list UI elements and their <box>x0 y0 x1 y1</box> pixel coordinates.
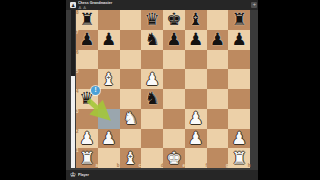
square-d3[interactable] <box>141 109 163 129</box>
square-g6[interactable] <box>207 50 229 70</box>
white-pawn[interactable]: ♟ <box>101 130 116 147</box>
square-d2[interactable] <box>141 129 163 149</box>
black-queen[interactable]: ♛ <box>79 90 94 107</box>
square-b3[interactable] <box>98 109 120 129</box>
square-e2[interactable] <box>163 129 185 149</box>
square-f5[interactable] <box>185 69 207 89</box>
square-g8[interactable] <box>207 10 229 30</box>
square-e3[interactable] <box>163 109 185 129</box>
square-b8[interactable] <box>98 10 120 30</box>
opponent-name[interactable]: Chess Grandmaster <box>78 1 112 5</box>
square-a7[interactable]: 7♟ <box>76 30 98 50</box>
white-pawn[interactable]: ♟ <box>188 110 203 127</box>
rank-label: 7 <box>76 30 79 35</box>
square-e4[interactable] <box>163 89 185 109</box>
square-d6[interactable] <box>141 50 163 70</box>
square-f6[interactable] <box>185 50 207 70</box>
white-pawn[interactable]: ♟ <box>79 130 94 147</box>
black-rook[interactable]: ♜ <box>232 11 247 28</box>
square-f7[interactable]: ♟ <box>185 30 207 50</box>
white-rook[interactable]: ♜ <box>232 150 247 167</box>
black-pawn[interactable]: ♟ <box>166 31 181 48</box>
square-d8[interactable]: ♛ <box>141 10 163 30</box>
square-b2[interactable]: ♟ <box>98 129 120 149</box>
white-bishop[interactable]: ♝ <box>101 71 116 88</box>
square-h4[interactable] <box>228 89 250 109</box>
video-frame: ♟ Chess Grandmaster ♙ ♙ + 8♜♛♚♝♜7♟♟♞♟♟♟♟… <box>66 0 258 180</box>
black-rook[interactable]: ♜ <box>79 11 94 28</box>
square-a2[interactable]: 2♟ <box>76 129 98 149</box>
square-e6[interactable] <box>163 50 185 70</box>
player-avatar-glyph: ♔ <box>70 173 76 178</box>
square-g1[interactable]: g <box>207 148 229 168</box>
square-c5[interactable] <box>120 69 142 89</box>
square-a6[interactable]: 6 <box>76 50 98 70</box>
black-pawn[interactable]: ♟ <box>79 31 94 48</box>
square-c2[interactable] <box>120 129 142 149</box>
square-a8[interactable]: 8♜ <box>76 10 98 30</box>
opponent-info-bar: ♟ Chess Grandmaster ♙ ♙ + <box>66 0 258 10</box>
rank-label: 5 <box>76 69 79 74</box>
black-pawn[interactable]: ♟ <box>188 31 203 48</box>
eval-bar-white-fill <box>71 76 75 168</box>
square-c4[interactable] <box>120 89 142 109</box>
white-knight[interactable]: ♞ <box>123 110 138 127</box>
white-bishop[interactable]: ♝ <box>123 150 138 167</box>
opponent-avatar[interactable]: ♟ <box>70 2 76 8</box>
opponent-avatar-glyph: ♟ <box>71 4 75 7</box>
player-avatar[interactable]: ♔ <box>70 172 76 178</box>
square-g2[interactable] <box>207 129 229 149</box>
rank-label: 2 <box>76 129 79 134</box>
square-f3[interactable]: ♟ <box>185 109 207 129</box>
square-d4[interactable]: ♞ <box>141 89 163 109</box>
square-h2[interactable]: ♟ <box>228 129 250 149</box>
square-h8[interactable]: ♜ <box>228 10 250 30</box>
square-b6[interactable] <box>98 50 120 70</box>
rank-label: 1 <box>76 148 79 153</box>
square-h5[interactable] <box>228 69 250 89</box>
player-name[interactable]: Player <box>78 173 89 177</box>
square-e7[interactable]: ♟ <box>163 30 185 50</box>
black-knight[interactable]: ♞ <box>145 31 160 48</box>
square-b5[interactable]: ♝ <box>98 69 120 89</box>
player-info-bar: ♔ Player <box>66 170 258 180</box>
square-c8[interactable] <box>120 10 142 30</box>
white-king[interactable]: ♚ <box>166 150 181 167</box>
white-pawn[interactable]: ♟ <box>145 71 160 88</box>
square-a5[interactable]: 5 <box>76 69 98 89</box>
black-pawn[interactable]: ♟ <box>101 31 116 48</box>
square-b1[interactable]: b <box>98 148 120 168</box>
add-button[interactable]: + <box>251 2 257 8</box>
black-knight[interactable]: ♞ <box>145 90 160 107</box>
square-g4[interactable] <box>207 89 229 109</box>
square-b4[interactable] <box>98 89 120 109</box>
square-a4[interactable]: 4♛ <box>76 89 98 109</box>
black-pawn[interactable]: ♟ <box>232 31 247 48</box>
square-g7[interactable]: ♟ <box>207 30 229 50</box>
rank-label: 6 <box>76 50 79 55</box>
square-f8[interactable]: ♝ <box>185 10 207 30</box>
rank-label: 8 <box>76 10 79 15</box>
black-bishop[interactable]: ♝ <box>188 11 203 28</box>
square-d7[interactable]: ♞ <box>141 30 163 50</box>
square-c1[interactable]: c♝ <box>120 148 142 168</box>
square-h7[interactable]: ♟ <box>228 30 250 50</box>
black-pawn[interactable]: ♟ <box>210 31 225 48</box>
square-b7[interactable]: ♟ <box>98 30 120 50</box>
square-c3[interactable]: ♞ <box>120 109 142 129</box>
black-queen[interactable]: ♛ <box>145 11 160 28</box>
white-rook[interactable]: ♜ <box>79 150 94 167</box>
square-f2[interactable]: ♟ <box>185 129 207 149</box>
square-h3[interactable] <box>228 109 250 129</box>
square-h6[interactable] <box>228 50 250 70</box>
square-g5[interactable] <box>207 69 229 89</box>
white-pawn[interactable]: ♟ <box>232 130 247 147</box>
square-h1[interactable]: h♜ <box>228 148 250 168</box>
square-d5[interactable]: ♟ <box>141 69 163 89</box>
square-a1[interactable]: 1a♜ <box>76 148 98 168</box>
chess-board[interactable]: 8♜♛♚♝♜7♟♟♞♟♟♟♟65♝♟4♛♞3♞♟2♟♟♟♟1a♜bc♝de♚fg… <box>76 10 250 168</box>
rank-label: 3 <box>76 109 79 114</box>
black-king[interactable]: ♚ <box>166 11 181 28</box>
file-label: h <box>247 164 250 169</box>
square-e1[interactable]: e♚ <box>163 148 185 168</box>
square-e5[interactable] <box>163 69 185 89</box>
eval-bar <box>71 10 75 168</box>
square-f1[interactable]: f <box>185 148 207 168</box>
square-d1[interactable]: d <box>141 148 163 168</box>
white-pawn[interactable]: ♟ <box>188 130 203 147</box>
square-c7[interactable] <box>120 30 142 50</box>
square-f4[interactable] <box>185 89 207 109</box>
square-g3[interactable] <box>207 109 229 129</box>
square-e8[interactable]: ♚ <box>163 10 185 30</box>
square-a3[interactable]: 3 <box>76 109 98 129</box>
square-c6[interactable] <box>120 50 142 70</box>
screenshot-root: { "game": "chess", "position": { "fen": … <box>0 0 320 180</box>
